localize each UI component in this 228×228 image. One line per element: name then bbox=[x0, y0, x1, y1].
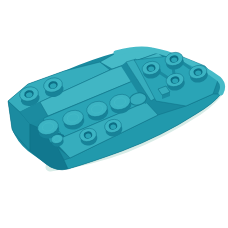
lego-part-photo bbox=[0, 0, 228, 228]
lego-piece-illustration bbox=[0, 0, 228, 228]
